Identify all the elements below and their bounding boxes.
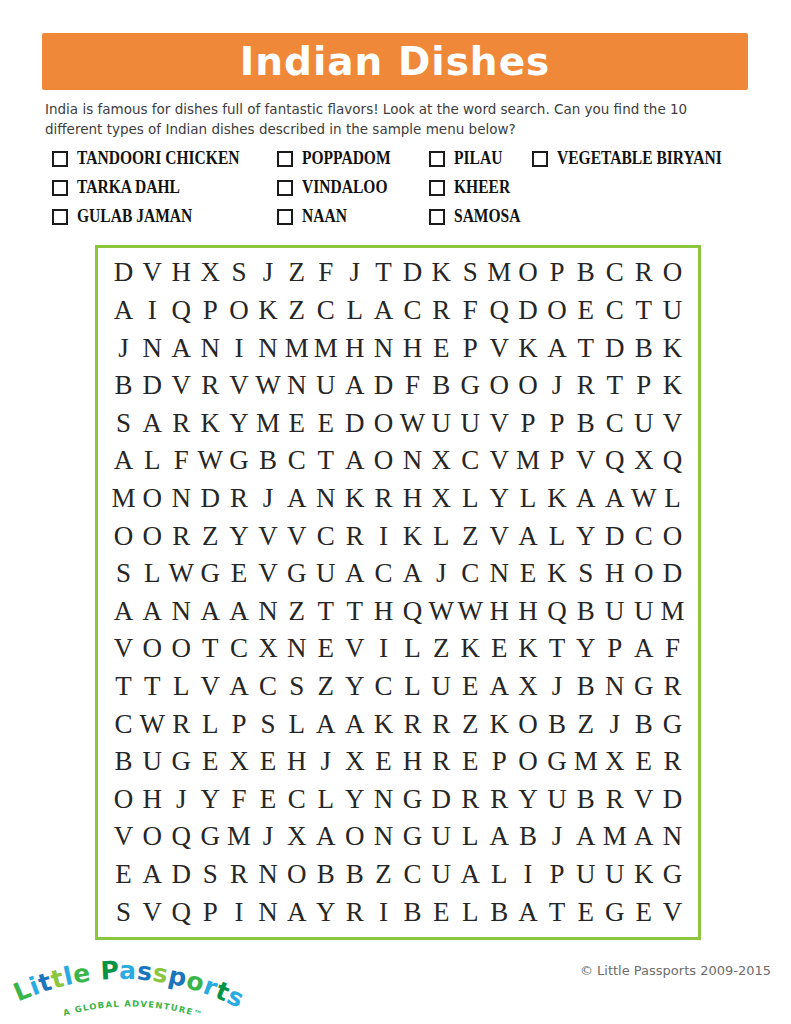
word-checkbox[interactable] (429, 151, 445, 167)
grid-cell[interactable]: S (196, 856, 225, 894)
grid-cell[interactable]: V (485, 442, 514, 480)
grid-cell[interactable]: R (427, 705, 456, 743)
grid-cell[interactable]: H (369, 592, 398, 630)
grid-cell[interactable]: A (514, 893, 543, 931)
grid-cell[interactable]: R (167, 404, 196, 442)
grid-cell[interactable]: G (658, 856, 687, 894)
grid-cell[interactable]: A (109, 442, 138, 480)
grid-cell[interactable]: Z (282, 254, 311, 292)
grid-cell[interactable]: C (398, 292, 427, 330)
grid-cell[interactable]: E (427, 893, 456, 931)
grid-cell[interactable]: R (167, 517, 196, 555)
grid-cell[interactable]: T (600, 367, 629, 405)
grid-cell[interactable]: G (629, 668, 658, 706)
grid-cell[interactable]: Q (658, 442, 687, 480)
grid-cell[interactable]: O (282, 856, 311, 894)
grid-cell[interactable]: C (282, 781, 311, 819)
grid-cell[interactable]: U (542, 781, 571, 819)
grid-cell[interactable]: M (658, 592, 687, 630)
grid-cell[interactable]: A (109, 592, 138, 630)
grid-cell[interactable]: R (225, 856, 254, 894)
grid-cell[interactable]: Y (340, 668, 369, 706)
grid-cell[interactable]: N (253, 893, 282, 931)
grid-cell[interactable]: Q (542, 592, 571, 630)
grid-cell[interactable]: T (196, 630, 225, 668)
grid-cell[interactable]: R (427, 292, 456, 330)
grid-cell[interactable]: Z (456, 705, 485, 743)
grid-cell[interactable]: L (311, 781, 340, 819)
grid-cell[interactable]: V (167, 367, 196, 405)
grid-cell[interactable]: K (196, 404, 225, 442)
grid-cell[interactable]: Q (485, 292, 514, 330)
grid-cell[interactable]: L (456, 818, 485, 856)
grid-cell[interactable]: R (225, 480, 254, 518)
grid-cell[interactable]: E (311, 630, 340, 668)
grid-cell[interactable]: A (571, 480, 600, 518)
grid-cell[interactable]: K (398, 517, 427, 555)
grid-cell[interactable]: E (571, 292, 600, 330)
grid-cell[interactable]: P (196, 893, 225, 931)
grid-cell[interactable]: O (542, 292, 571, 330)
grid-cell[interactable]: O (167, 630, 196, 668)
grid-cell[interactable]: I (225, 329, 254, 367)
grid-cell[interactable]: Z (369, 856, 398, 894)
grid-cell[interactable]: I (369, 893, 398, 931)
grid-cell[interactable]: N (600, 668, 629, 706)
grid-cell[interactable]: E (629, 893, 658, 931)
grid-cell[interactable]: Y (311, 893, 340, 931)
grid-cell[interactable]: S (109, 555, 138, 593)
grid-cell[interactable]: N (253, 592, 282, 630)
grid-cell[interactable]: B (253, 442, 282, 480)
grid-cell[interactable]: D (369, 367, 398, 405)
grid-cell[interactable]: E (225, 555, 254, 593)
word-checkbox[interactable] (52, 209, 68, 225)
grid-cell[interactable]: P (629, 367, 658, 405)
grid-cell[interactable]: E (571, 893, 600, 931)
word-checkbox[interactable] (277, 151, 293, 167)
grid-cell[interactable]: D (167, 856, 196, 894)
grid-cell[interactable]: H (485, 592, 514, 630)
grid-cell[interactable]: T (340, 592, 369, 630)
grid-cell[interactable]: M (600, 818, 629, 856)
grid-cell[interactable]: A (340, 367, 369, 405)
grid-cell[interactable]: O (485, 367, 514, 405)
word-checkbox[interactable] (52, 151, 68, 167)
grid-cell[interactable]: F (658, 630, 687, 668)
grid-cell[interactable]: B (571, 781, 600, 819)
grid-cell[interactable]: C (311, 517, 340, 555)
grid-cell[interactable]: S (282, 668, 311, 706)
grid-cell[interactable]: C (369, 555, 398, 593)
grid-cell[interactable]: A (311, 705, 340, 743)
grid-cell[interactable]: K (629, 856, 658, 894)
grid-cell[interactable]: O (369, 442, 398, 480)
grid-cell[interactable]: G (542, 743, 571, 781)
grid-cell[interactable]: N (282, 630, 311, 668)
grid-cell[interactable]: A (571, 818, 600, 856)
grid-cell[interactable]: B (109, 743, 138, 781)
grid-cell[interactable]: C (600, 404, 629, 442)
grid-cell[interactable]: U (311, 555, 340, 593)
grid-cell[interactable]: K (514, 630, 543, 668)
grid-cell[interactable]: J (253, 818, 282, 856)
grid-cell[interactable]: W (427, 592, 456, 630)
grid-cell[interactable]: L (340, 292, 369, 330)
grid-cell[interactable]: D (600, 517, 629, 555)
grid-cell[interactable]: J (253, 480, 282, 518)
grid-cell[interactable]: P (542, 856, 571, 894)
grid-cell[interactable]: K (427, 254, 456, 292)
grid-cell[interactable]: H (600, 555, 629, 593)
grid-cell[interactable]: D (138, 367, 167, 405)
grid-cell[interactable]: B (571, 404, 600, 442)
grid-cell[interactable]: O (138, 480, 167, 518)
grid-cell[interactable]: N (138, 329, 167, 367)
grid-cell[interactable]: X (340, 743, 369, 781)
grid-cell[interactable]: T (311, 442, 340, 480)
grid-cell[interactable]: Q (600, 442, 629, 480)
grid-cell[interactable]: L (658, 480, 687, 518)
grid-cell[interactable]: Z (456, 517, 485, 555)
grid-cell[interactable]: J (542, 668, 571, 706)
grid-cell[interactable]: I (138, 292, 167, 330)
grid-cell[interactable]: C (225, 630, 254, 668)
grid-cell[interactable]: Q (398, 592, 427, 630)
grid-cell[interactable]: N (369, 781, 398, 819)
grid-cell[interactable]: K (369, 705, 398, 743)
grid-cell[interactable]: C (311, 292, 340, 330)
grid-cell[interactable]: A (514, 517, 543, 555)
grid-cell[interactable]: V (571, 442, 600, 480)
grid-cell[interactable]: N (196, 329, 225, 367)
grid-cell[interactable]: A (196, 592, 225, 630)
grid-cell[interactable]: X (629, 442, 658, 480)
grid-cell[interactable]: G (167, 743, 196, 781)
grid-cell[interactable]: D (600, 329, 629, 367)
grid-cell[interactable]: B (571, 592, 600, 630)
grid-cell[interactable]: W (398, 404, 427, 442)
grid-cell[interactable]: N (282, 367, 311, 405)
grid-cell[interactable]: A (225, 668, 254, 706)
grid-cell[interactable]: A (225, 592, 254, 630)
grid-cell[interactable]: Y (514, 781, 543, 819)
grid-cell[interactable]: K (542, 555, 571, 593)
grid-cell[interactable]: V (138, 254, 167, 292)
grid-cell[interactable]: A (311, 818, 340, 856)
grid-cell[interactable]: L (282, 705, 311, 743)
grid-cell[interactable]: C (600, 292, 629, 330)
grid-cell[interactable]: D (658, 781, 687, 819)
grid-cell[interactable]: V (629, 781, 658, 819)
grid-cell[interactable]: L (138, 442, 167, 480)
grid-cell[interactable]: A (138, 404, 167, 442)
grid-cell[interactable]: Z (282, 592, 311, 630)
grid-cell[interactable]: X (225, 743, 254, 781)
grid-cell[interactable]: I (225, 893, 254, 931)
grid-cell[interactable]: D (109, 254, 138, 292)
grid-cell[interactable]: J (340, 254, 369, 292)
grid-cell[interactable]: A (369, 292, 398, 330)
grid-cell[interactable]: D (427, 781, 456, 819)
grid-cell[interactable]: P (485, 743, 514, 781)
grid-cell[interactable]: S (456, 254, 485, 292)
grid-cell[interactable]: N (369, 329, 398, 367)
grid-cell[interactable]: K (658, 367, 687, 405)
grid-cell[interactable]: Z (571, 705, 600, 743)
word-checkbox[interactable] (277, 180, 293, 196)
grid-cell[interactable]: K (340, 480, 369, 518)
grid-cell[interactable]: K (485, 705, 514, 743)
grid-cell[interactable]: V (138, 893, 167, 931)
grid-cell[interactable]: J (253, 254, 282, 292)
grid-cell[interactable]: L (427, 517, 456, 555)
grid-cell[interactable]: V (253, 517, 282, 555)
grid-cell[interactable]: G (196, 818, 225, 856)
grid-cell[interactable]: F (225, 781, 254, 819)
grid-cell[interactable]: O (658, 517, 687, 555)
grid-cell[interactable]: B (311, 856, 340, 894)
grid-cell[interactable]: B (109, 367, 138, 405)
grid-cell[interactable]: N (658, 818, 687, 856)
grid-cell[interactable]: F (311, 254, 340, 292)
grid-cell[interactable]: O (109, 781, 138, 819)
word-checkbox[interactable] (429, 180, 445, 196)
grid-cell[interactable]: M (282, 329, 311, 367)
grid-cell[interactable]: B (485, 893, 514, 931)
grid-cell[interactable]: J (311, 743, 340, 781)
grid-cell[interactable]: N (311, 480, 340, 518)
grid-cell[interactable]: D (196, 480, 225, 518)
grid-cell[interactable]: X (196, 254, 225, 292)
grid-cell[interactable]: E (109, 856, 138, 894)
grid-cell[interactable]: D (514, 292, 543, 330)
grid-cell[interactable]: A (282, 893, 311, 931)
grid-cell[interactable]: N (485, 555, 514, 593)
grid-cell[interactable]: C (456, 442, 485, 480)
grid-cell[interactable]: P (542, 404, 571, 442)
grid-cell[interactable]: P (600, 630, 629, 668)
grid-cell[interactable]: A (456, 856, 485, 894)
grid-cell[interactable]: W (456, 592, 485, 630)
grid-cell[interactable]: T (138, 668, 167, 706)
grid-cell[interactable]: V (253, 555, 282, 593)
grid-cell[interactable]: I (514, 856, 543, 894)
grid-cell[interactable]: J (109, 329, 138, 367)
grid-cell[interactable]: U (658, 292, 687, 330)
grid-cell[interactable]: A (167, 329, 196, 367)
grid-cell[interactable]: H (340, 329, 369, 367)
grid-cell[interactable]: X (427, 480, 456, 518)
grid-cell[interactable]: A (340, 442, 369, 480)
grid-cell[interactable]: A (485, 668, 514, 706)
grid-cell[interactable]: A (340, 555, 369, 593)
grid-cell[interactable]: P (542, 254, 571, 292)
grid-cell[interactable]: P (456, 329, 485, 367)
grid-cell[interactable]: A (629, 630, 658, 668)
grid-cell[interactable]: L (398, 630, 427, 668)
grid-cell[interactable]: A (600, 480, 629, 518)
grid-cell[interactable]: M (485, 254, 514, 292)
grid-cell[interactable]: B (629, 329, 658, 367)
grid-cell[interactable]: M (311, 329, 340, 367)
grid-cell[interactable]: X (253, 630, 282, 668)
grid-cell[interactable]: B (340, 856, 369, 894)
grid-cell[interactable]: N (253, 329, 282, 367)
grid-cell[interactable]: U (427, 856, 456, 894)
grid-cell[interactable]: E (514, 555, 543, 593)
grid-cell[interactable]: J (600, 705, 629, 743)
grid-cell[interactable]: S (253, 705, 282, 743)
grid-cell[interactable]: U (427, 668, 456, 706)
grid-cell[interactable]: B (629, 705, 658, 743)
grid-cell[interactable]: R (658, 668, 687, 706)
grid-cell[interactable]: O (629, 555, 658, 593)
grid-cell[interactable]: T (571, 329, 600, 367)
grid-cell[interactable]: V (109, 630, 138, 668)
grid-cell[interactable]: C (369, 668, 398, 706)
grid-cell[interactable]: A (138, 592, 167, 630)
grid-cell[interactable]: K (514, 329, 543, 367)
grid-cell[interactable]: E (485, 630, 514, 668)
grid-cell[interactable]: O (514, 367, 543, 405)
grid-cell[interactable]: A (485, 818, 514, 856)
grid-cell[interactable]: O (138, 630, 167, 668)
grid-cell[interactable]: R (340, 517, 369, 555)
grid-cell[interactable]: F (398, 367, 427, 405)
grid-cell[interactable]: Q (167, 893, 196, 931)
grid-cell[interactable]: B (571, 254, 600, 292)
grid-cell[interactable]: X (514, 668, 543, 706)
grid-cell[interactable]: L (196, 705, 225, 743)
grid-cell[interactable]: Z (427, 630, 456, 668)
grid-cell[interactable]: O (658, 254, 687, 292)
grid-cell[interactable]: G (398, 781, 427, 819)
grid-cell[interactable]: L (456, 480, 485, 518)
grid-cell[interactable]: V (282, 517, 311, 555)
grid-cell[interactable]: B (427, 367, 456, 405)
grid-cell[interactable]: J (427, 555, 456, 593)
grid-cell[interactable]: O (109, 517, 138, 555)
grid-cell[interactable]: U (456, 404, 485, 442)
grid-cell[interactable]: O (138, 517, 167, 555)
grid-cell[interactable]: M (253, 404, 282, 442)
grid-cell[interactable]: O (369, 404, 398, 442)
grid-cell[interactable]: M (571, 743, 600, 781)
grid-cell[interactable]: J (542, 367, 571, 405)
grid-cell[interactable]: A (629, 818, 658, 856)
grid-cell[interactable]: U (427, 404, 456, 442)
grid-cell[interactable]: M (109, 480, 138, 518)
grid-cell[interactable]: N (398, 442, 427, 480)
grid-cell[interactable]: S (225, 254, 254, 292)
grid-cell[interactable]: P (542, 442, 571, 480)
grid-cell[interactable]: E (282, 404, 311, 442)
grid-cell[interactable]: V (485, 329, 514, 367)
grid-cell[interactable]: E (311, 404, 340, 442)
grid-cell[interactable]: L (514, 480, 543, 518)
grid-cell[interactable]: R (196, 367, 225, 405)
grid-cell[interactable]: Z (196, 517, 225, 555)
grid-cell[interactable]: V (196, 668, 225, 706)
grid-cell[interactable]: W (138, 705, 167, 743)
grid-cell[interactable]: O (514, 705, 543, 743)
grid-cell[interactable]: D (658, 555, 687, 593)
grid-cell[interactable]: V (658, 893, 687, 931)
grid-cell[interactable]: U (138, 743, 167, 781)
grid-cell[interactable]: D (340, 404, 369, 442)
grid-cell[interactable]: E (196, 743, 225, 781)
grid-cell[interactable]: A (282, 480, 311, 518)
grid-cell[interactable]: B (542, 705, 571, 743)
grid-cell[interactable]: A (340, 705, 369, 743)
grid-cell[interactable]: C (600, 254, 629, 292)
grid-cell[interactable]: G (225, 442, 254, 480)
grid-cell[interactable]: R (398, 705, 427, 743)
grid-cell[interactable]: C (109, 705, 138, 743)
grid-cell[interactable]: K (253, 292, 282, 330)
grid-cell[interactable]: L (398, 668, 427, 706)
grid-cell[interactable]: O (138, 818, 167, 856)
grid-cell[interactable]: E (369, 743, 398, 781)
grid-cell[interactable]: A (398, 555, 427, 593)
grid-cell[interactable]: R (485, 781, 514, 819)
grid-cell[interactable]: Y (571, 517, 600, 555)
grid-cell[interactable]: U (427, 818, 456, 856)
grid-cell[interactable]: O (340, 818, 369, 856)
grid-cell[interactable]: T (542, 630, 571, 668)
grid-cell[interactable]: H (514, 592, 543, 630)
grid-cell[interactable]: L (485, 856, 514, 894)
grid-cell[interactable]: R (629, 254, 658, 292)
grid-cell[interactable]: B (514, 818, 543, 856)
grid-cell[interactable]: A (542, 329, 571, 367)
grid-cell[interactable]: H (167, 254, 196, 292)
grid-cell[interactable]: R (658, 743, 687, 781)
grid-cell[interactable]: A (109, 292, 138, 330)
grid-cell[interactable]: Q (167, 292, 196, 330)
grid-cell[interactable]: G (282, 555, 311, 593)
grid-cell[interactable]: P (225, 705, 254, 743)
grid-cell[interactable]: R (600, 781, 629, 819)
grid-cell[interactable]: O (225, 292, 254, 330)
grid-cell[interactable]: Y (225, 404, 254, 442)
grid-cell[interactable]: T (311, 592, 340, 630)
grid-cell[interactable]: R (167, 705, 196, 743)
grid-cell[interactable]: M (225, 818, 254, 856)
grid-cell[interactable]: E (253, 743, 282, 781)
grid-cell[interactable]: H (282, 743, 311, 781)
grid-cell[interactable]: R (369, 480, 398, 518)
grid-cell[interactable]: R (427, 743, 456, 781)
grid-cell[interactable]: W (167, 555, 196, 593)
grid-cell[interactable]: L (138, 555, 167, 593)
grid-cell[interactable]: V (658, 404, 687, 442)
grid-cell[interactable]: S (571, 555, 600, 593)
grid-cell[interactable]: N (167, 480, 196, 518)
grid-cell[interactable]: A (138, 856, 167, 894)
grid-cell[interactable]: L (456, 893, 485, 931)
grid-cell[interactable]: G (196, 555, 225, 593)
grid-cell[interactable]: H (398, 329, 427, 367)
grid-cell[interactable]: U (600, 856, 629, 894)
grid-cell[interactable]: R (456, 781, 485, 819)
grid-cell[interactable]: D (398, 254, 427, 292)
grid-cell[interactable]: L (542, 517, 571, 555)
grid-cell[interactable]: T (109, 668, 138, 706)
grid-cell[interactable]: R (571, 367, 600, 405)
grid-cell[interactable]: V (485, 404, 514, 442)
